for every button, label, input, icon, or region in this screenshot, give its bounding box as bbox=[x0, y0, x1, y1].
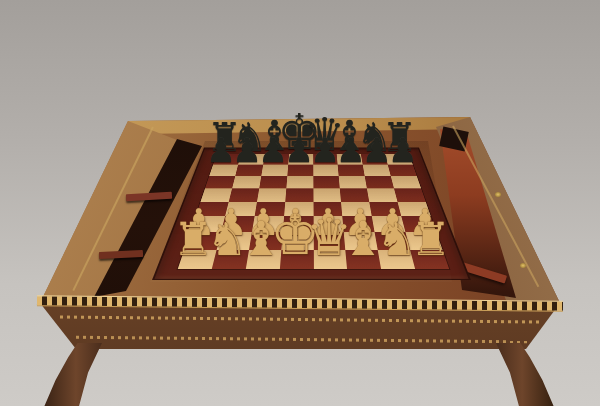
square-f2 bbox=[344, 232, 378, 250]
square-d5 bbox=[285, 188, 313, 201]
square-d2 bbox=[281, 232, 313, 250]
square-e8 bbox=[313, 154, 338, 165]
square-b1 bbox=[212, 250, 249, 269]
square-b8 bbox=[238, 154, 265, 165]
square-b4 bbox=[225, 202, 257, 217]
square-c8 bbox=[263, 154, 289, 165]
square-g8 bbox=[361, 154, 388, 165]
square-g4 bbox=[369, 202, 401, 217]
table-leg-right bbox=[496, 343, 554, 406]
antique-chess-table-photo: ♜♞♝♚♛♝♞♜♟♟♟♟♟♟♟♟♟♟♟♟♟♟♟♟♜♞♝♚♛♝♞♜ bbox=[0, 0, 600, 406]
square-a7 bbox=[209, 164, 238, 175]
square-e7 bbox=[313, 164, 339, 175]
square-e5 bbox=[313, 188, 341, 201]
square-h7 bbox=[388, 164, 417, 175]
chessboard-insert bbox=[152, 148, 471, 280]
square-c1 bbox=[246, 250, 282, 269]
square-g5 bbox=[367, 188, 398, 201]
square-c7 bbox=[261, 164, 288, 175]
square-d3 bbox=[282, 216, 313, 232]
brass-hinge-icon bbox=[520, 263, 526, 268]
square-h4 bbox=[398, 202, 431, 217]
square-a2 bbox=[184, 232, 221, 250]
square-b2 bbox=[216, 232, 251, 250]
square-f3 bbox=[343, 216, 375, 232]
square-g7 bbox=[363, 164, 391, 175]
square-h2 bbox=[406, 232, 443, 250]
square-b6 bbox=[232, 176, 261, 188]
square-e1 bbox=[313, 250, 347, 269]
square-c6 bbox=[259, 176, 287, 188]
square-c5 bbox=[257, 188, 286, 201]
square-h6 bbox=[391, 176, 421, 188]
square-g1 bbox=[378, 250, 415, 269]
square-e3 bbox=[313, 216, 344, 232]
table-leg-left bbox=[44, 343, 102, 406]
square-h8 bbox=[385, 154, 413, 165]
square-g2 bbox=[375, 232, 410, 250]
square-g6 bbox=[365, 176, 394, 188]
square-a3 bbox=[190, 216, 225, 232]
square-b5 bbox=[229, 188, 259, 201]
square-a8 bbox=[213, 154, 241, 165]
square-a1 bbox=[178, 250, 217, 269]
square-f5 bbox=[340, 188, 369, 201]
square-e4 bbox=[313, 202, 342, 217]
square-c3 bbox=[252, 216, 284, 232]
square-d4 bbox=[284, 202, 313, 217]
square-g3 bbox=[372, 216, 406, 232]
chessboard-grid bbox=[178, 154, 450, 269]
square-f4 bbox=[341, 202, 372, 217]
square-e6 bbox=[313, 176, 340, 188]
square-h1 bbox=[410, 250, 449, 269]
square-d7 bbox=[287, 164, 313, 175]
square-a5 bbox=[200, 188, 232, 201]
square-b7 bbox=[235, 164, 263, 175]
square-f6 bbox=[339, 176, 367, 188]
chessboard-frame bbox=[152, 148, 471, 280]
square-e2 bbox=[313, 232, 345, 250]
square-d6 bbox=[286, 176, 313, 188]
square-d8 bbox=[288, 154, 313, 165]
square-a6 bbox=[205, 176, 235, 188]
square-f1 bbox=[346, 250, 382, 269]
square-h5 bbox=[394, 188, 426, 201]
brass-hinge-icon bbox=[495, 192, 501, 197]
square-b3 bbox=[221, 216, 254, 232]
square-c2 bbox=[249, 232, 283, 250]
square-f8 bbox=[337, 154, 363, 165]
square-d1 bbox=[279, 250, 313, 269]
square-h3 bbox=[401, 216, 436, 232]
square-a4 bbox=[196, 202, 229, 217]
square-c4 bbox=[254, 202, 285, 217]
square-f7 bbox=[338, 164, 365, 175]
